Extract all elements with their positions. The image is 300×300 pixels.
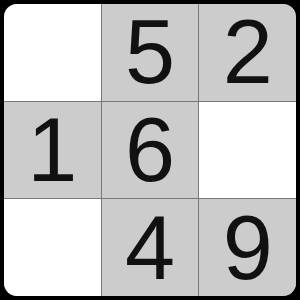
sudoku-cell-r2c1[interactable]: 1 <box>4 102 101 199</box>
sudoku-cell-r1c2[interactable]: 5 <box>102 4 199 101</box>
sudoku-cell-r3c3[interactable]: 9 <box>199 199 296 296</box>
sudoku-cell-r2c3[interactable] <box>199 102 296 199</box>
sudoku-cell-r3c2[interactable]: 4 <box>102 199 199 296</box>
sudoku-cell-r2c2[interactable]: 6 <box>102 102 199 199</box>
sudoku-grid: 5 2 1 6 4 9 <box>4 4 296 296</box>
sudoku-cell-r1c3[interactable]: 2 <box>199 4 296 101</box>
sudoku-cell-r1c1[interactable] <box>4 4 101 101</box>
board-frame: 5 2 1 6 4 9 <box>0 0 300 300</box>
sudoku-cell-r3c1[interactable] <box>4 199 101 296</box>
